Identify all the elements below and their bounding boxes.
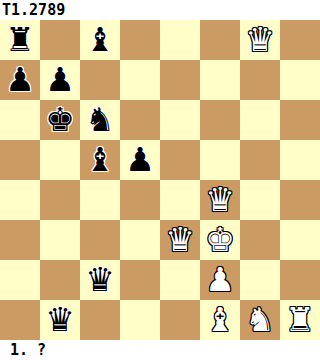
black-pawn[interactable]: ♟ xyxy=(125,140,155,180)
square-e4[interactable] xyxy=(160,180,200,220)
square-f4[interactable]: ♛ xyxy=(200,180,240,220)
square-b5[interactable] xyxy=(40,140,80,180)
square-e8[interactable] xyxy=(160,20,200,60)
square-a3[interactable] xyxy=(0,220,40,260)
square-a4[interactable] xyxy=(0,180,40,220)
square-b6[interactable]: ♚ xyxy=(40,100,80,140)
square-f2[interactable]: ♟ xyxy=(200,260,240,300)
square-g5[interactable] xyxy=(240,140,280,180)
square-h5[interactable] xyxy=(280,140,320,180)
square-d3[interactable] xyxy=(120,220,160,260)
white-pawn[interactable]: ♟ xyxy=(205,260,235,300)
square-e1[interactable] xyxy=(160,300,200,340)
square-a5[interactable] xyxy=(0,140,40,180)
black-queen[interactable]: ♛ xyxy=(45,300,75,340)
square-h3[interactable] xyxy=(280,220,320,260)
square-e2[interactable] xyxy=(160,260,200,300)
square-e3[interactable]: ♛ xyxy=(160,220,200,260)
square-e7[interactable] xyxy=(160,60,200,100)
square-g8[interactable]: ♛ xyxy=(240,20,280,60)
square-c6[interactable]: ♞ xyxy=(80,100,120,140)
move-prompt-bar: 1. ? xyxy=(0,340,320,360)
square-b2[interactable] xyxy=(40,260,80,300)
square-d6[interactable] xyxy=(120,100,160,140)
square-d1[interactable] xyxy=(120,300,160,340)
black-knight[interactable]: ♞ xyxy=(85,100,115,140)
black-pawn[interactable]: ♟ xyxy=(5,60,35,100)
square-d4[interactable] xyxy=(120,180,160,220)
square-g6[interactable] xyxy=(240,100,280,140)
white-queen[interactable]: ♛ xyxy=(205,180,235,220)
square-h7[interactable] xyxy=(280,60,320,100)
square-c4[interactable] xyxy=(80,180,120,220)
square-g7[interactable] xyxy=(240,60,280,100)
square-d8[interactable] xyxy=(120,20,160,60)
square-c3[interactable] xyxy=(80,220,120,260)
white-bishop[interactable]: ♝ xyxy=(205,300,235,340)
square-c8[interactable]: ♝ xyxy=(80,20,120,60)
square-f3[interactable]: ♚ xyxy=(200,220,240,260)
square-h4[interactable] xyxy=(280,180,320,220)
square-c2[interactable]: ♛ xyxy=(80,260,120,300)
chess-board[interactable]: ♜♝♛♟♟♚♞♝♟♛♛♚♛♟♛♝♞♜ xyxy=(0,20,320,340)
square-d5[interactable]: ♟ xyxy=(120,140,160,180)
white-queen[interactable]: ♛ xyxy=(165,220,195,260)
square-h8[interactable] xyxy=(280,20,320,60)
square-b4[interactable] xyxy=(40,180,80,220)
white-queen[interactable]: ♛ xyxy=(245,20,275,60)
black-queen[interactable]: ♛ xyxy=(85,260,115,300)
square-e6[interactable] xyxy=(160,100,200,140)
square-h1[interactable]: ♜ xyxy=(280,300,320,340)
square-g4[interactable] xyxy=(240,180,280,220)
square-a6[interactable] xyxy=(0,100,40,140)
puzzle-id-label: T1.2789 xyxy=(0,0,65,20)
black-pawn[interactable]: ♟ xyxy=(45,60,75,100)
black-bishop[interactable]: ♝ xyxy=(85,20,115,60)
square-g2[interactable] xyxy=(240,260,280,300)
square-b3[interactable] xyxy=(40,220,80,260)
square-c7[interactable] xyxy=(80,60,120,100)
white-knight[interactable]: ♞ xyxy=(245,300,275,340)
square-b1[interactable]: ♛ xyxy=(40,300,80,340)
square-a1[interactable] xyxy=(0,300,40,340)
white-king[interactable]: ♚ xyxy=(205,220,235,260)
square-f7[interactable] xyxy=(200,60,240,100)
square-c1[interactable] xyxy=(80,300,120,340)
white-rook[interactable]: ♜ xyxy=(285,300,315,340)
square-b7[interactable]: ♟ xyxy=(40,60,80,100)
square-a8[interactable]: ♜ xyxy=(0,20,40,60)
square-f6[interactable] xyxy=(200,100,240,140)
square-f1[interactable]: ♝ xyxy=(200,300,240,340)
square-g3[interactable] xyxy=(240,220,280,260)
chess-app-screen: T1.2789 ♜♝♛♟♟♚♞♝♟♛♛♚♛♟♛♝♞♜ 1. ? xyxy=(0,0,320,360)
square-d7[interactable] xyxy=(120,60,160,100)
title-bar: T1.2789 xyxy=(0,0,320,20)
move-prompt-label: 1. ? xyxy=(0,340,46,360)
square-a7[interactable]: ♟ xyxy=(0,60,40,100)
square-b8[interactable] xyxy=(40,20,80,60)
black-bishop[interactable]: ♝ xyxy=(85,140,115,180)
square-e5[interactable] xyxy=(160,140,200,180)
square-a2[interactable] xyxy=(0,260,40,300)
square-f5[interactable] xyxy=(200,140,240,180)
square-g1[interactable]: ♞ xyxy=(240,300,280,340)
square-f8[interactable] xyxy=(200,20,240,60)
square-h6[interactable] xyxy=(280,100,320,140)
square-h2[interactable] xyxy=(280,260,320,300)
black-rook[interactable]: ♜ xyxy=(5,20,35,60)
square-c5[interactable]: ♝ xyxy=(80,140,120,180)
square-d2[interactable] xyxy=(120,260,160,300)
black-king[interactable]: ♚ xyxy=(45,100,75,140)
